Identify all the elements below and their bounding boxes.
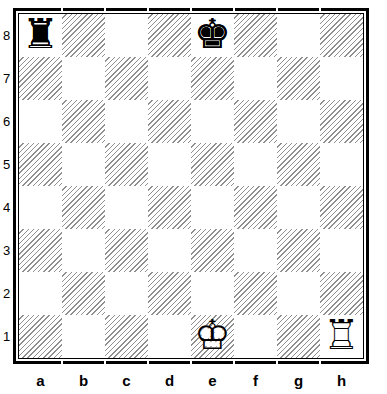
border-tick — [61, 361, 63, 364]
file-label-g: g — [277, 368, 320, 392]
square-h1[interactable]: ♜♖ — [320, 315, 363, 358]
square-c8[interactable] — [105, 14, 148, 57]
file-label-b: b — [62, 368, 105, 392]
board-grid: ♜♜♚♚♚♔♜♖ — [18, 13, 364, 359]
square-e7[interactable] — [191, 57, 234, 100]
rank-label-4: 4 — [0, 186, 13, 229]
file-label-f: f — [234, 368, 277, 392]
rank-labels: 87654321 — [0, 14, 13, 358]
file-label-c: c — [105, 368, 148, 392]
border-tick — [276, 361, 278, 364]
square-e6[interactable] — [191, 100, 234, 143]
border-tick — [147, 361, 149, 364]
border-tick — [233, 8, 235, 11]
rank-label-6: 6 — [0, 100, 13, 143]
square-g2[interactable] — [277, 272, 320, 315]
square-d2[interactable] — [148, 272, 191, 315]
square-d1[interactable] — [148, 315, 191, 358]
white-rook-glyph: ♖ — [323, 315, 360, 356]
square-b5[interactable] — [62, 143, 105, 186]
square-g3[interactable] — [277, 229, 320, 272]
square-c5[interactable] — [105, 143, 148, 186]
square-e2[interactable] — [191, 272, 234, 315]
square-a6[interactable] — [19, 100, 62, 143]
square-f8[interactable] — [234, 14, 277, 57]
black-rook[interactable]: ♜♜ — [19, 14, 62, 57]
square-c1[interactable] — [105, 315, 148, 358]
square-g8[interactable] — [277, 14, 320, 57]
square-a1[interactable] — [19, 315, 62, 358]
square-c6[interactable] — [105, 100, 148, 143]
square-c2[interactable] — [105, 272, 148, 315]
square-f6[interactable] — [234, 100, 277, 143]
square-d3[interactable] — [148, 229, 191, 272]
border-tick — [61, 8, 63, 11]
square-a3[interactable] — [19, 229, 62, 272]
square-a2[interactable] — [19, 272, 62, 315]
border-tick — [190, 8, 192, 11]
square-d8[interactable] — [148, 14, 191, 57]
square-h6[interactable] — [320, 100, 363, 143]
square-h3[interactable] — [320, 229, 363, 272]
square-a8[interactable]: ♜♜ — [19, 14, 62, 57]
black-king-glyph: ♚ — [194, 14, 231, 55]
black-rook-glyph: ♜ — [22, 14, 59, 55]
square-d5[interactable] — [148, 143, 191, 186]
border-tick — [233, 361, 235, 364]
square-c4[interactable] — [105, 186, 148, 229]
square-a4[interactable] — [19, 186, 62, 229]
border-tick — [190, 361, 192, 364]
square-b6[interactable] — [62, 100, 105, 143]
square-f1[interactable] — [234, 315, 277, 358]
square-g7[interactable] — [277, 57, 320, 100]
file-label-a: a — [19, 368, 62, 392]
border-tick — [104, 361, 106, 364]
file-label-h: h — [320, 368, 363, 392]
square-h7[interactable] — [320, 57, 363, 100]
square-e1[interactable]: ♚♔ — [191, 315, 234, 358]
file-label-d: d — [148, 368, 191, 392]
file-labels: abcdefgh — [19, 368, 363, 392]
rank-label-2: 2 — [0, 272, 13, 315]
square-c3[interactable] — [105, 229, 148, 272]
square-e5[interactable] — [191, 143, 234, 186]
rank-label-8: 8 — [0, 14, 13, 57]
white-king[interactable]: ♚♔ — [191, 315, 234, 358]
square-b1[interactable] — [62, 315, 105, 358]
rank-label-7: 7 — [0, 57, 13, 100]
square-e4[interactable] — [191, 186, 234, 229]
square-b8[interactable] — [62, 14, 105, 57]
border-tick — [147, 8, 149, 11]
square-f4[interactable] — [234, 186, 277, 229]
square-b2[interactable] — [62, 272, 105, 315]
square-a7[interactable] — [19, 57, 62, 100]
square-d7[interactable] — [148, 57, 191, 100]
square-h2[interactable] — [320, 272, 363, 315]
square-g1[interactable] — [277, 315, 320, 358]
square-e8[interactable]: ♚♚ — [191, 14, 234, 57]
square-g4[interactable] — [277, 186, 320, 229]
square-f5[interactable] — [234, 143, 277, 186]
white-king-glyph: ♔ — [194, 315, 231, 356]
square-h4[interactable] — [320, 186, 363, 229]
square-e3[interactable] — [191, 229, 234, 272]
square-f7[interactable] — [234, 57, 277, 100]
square-g6[interactable] — [277, 100, 320, 143]
chess-board: ♜♜♚♚♚♔♜♖ — [13, 8, 369, 364]
border-tick — [319, 361, 321, 364]
file-label-e: e — [191, 368, 234, 392]
border-tick — [276, 8, 278, 11]
square-a5[interactable] — [19, 143, 62, 186]
square-g5[interactable] — [277, 143, 320, 186]
rank-label-1: 1 — [0, 315, 13, 358]
chess-diagram: 87654321 ♜♜♚♚♚♔♜♖ abcdefgh — [0, 0, 387, 394]
square-h5[interactable] — [320, 143, 363, 186]
square-b3[interactable] — [62, 229, 105, 272]
square-d4[interactable] — [148, 186, 191, 229]
rank-label-5: 5 — [0, 143, 13, 186]
square-h8[interactable] — [320, 14, 363, 57]
square-b7[interactable] — [62, 57, 105, 100]
square-b4[interactable] — [62, 186, 105, 229]
square-d6[interactable] — [148, 100, 191, 143]
square-f2[interactable] — [234, 272, 277, 315]
border-tick — [319, 8, 321, 11]
rank-label-3: 3 — [0, 229, 13, 272]
white-rook[interactable]: ♜♖ — [320, 315, 363, 358]
black-king[interactable]: ♚♚ — [191, 14, 234, 57]
square-c7[interactable] — [105, 57, 148, 100]
border-tick — [104, 8, 106, 11]
square-f3[interactable] — [234, 229, 277, 272]
